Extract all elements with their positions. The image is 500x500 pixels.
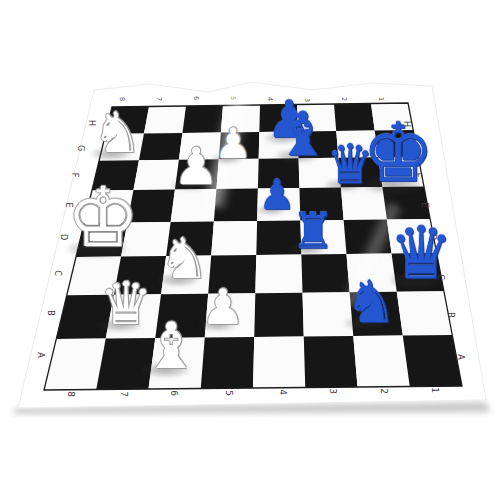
rank-label-top-7: 7 [156,97,163,101]
file-label-right-B: B [446,312,454,318]
rank-label-bottom-1: 1 [430,387,439,393]
white-knight-g8: ♞ [92,105,142,161]
rank-label-bottom-5: 5 [224,390,233,396]
file-label-left-A: A [36,352,44,357]
rank-label-top-2: 2 [341,97,348,101]
rank-label-top-5: 5 [230,96,237,100]
square-c4 [255,254,302,293]
white-pawn-b5: ♟ [201,283,245,332]
blue-queen-c1: ♛ [389,217,454,289]
rank-label-bottom-4: 4 [278,389,287,395]
blue-pawn-e4: ♟ [259,175,296,216]
square-d2 [344,220,392,254]
file-label-left-C: C [53,270,61,276]
blue-king-f1: ♚ [362,113,435,194]
blue-knight-b2: ♞ [345,273,397,331]
white-king-d8: ♚ [66,177,140,259]
square-b4 [254,293,304,337]
square-d5 [211,221,257,255]
square-a4 [253,337,305,388]
square-e5 [214,188,258,221]
chess-set-product-photo: 8765432187654321HGFEDCBAHGFEDCBA♞♟♟♚♞♛♟♝… [0,0,500,500]
rank-label-bottom-7: 7 [119,391,128,397]
file-label-right-A: A [456,354,464,359]
rank-label-top-1: 1 [378,97,385,101]
square-a3 [304,336,358,387]
square-a5 [201,337,255,388]
square-b1 [397,291,453,335]
rank-label-bottom-3: 3 [328,388,337,394]
square-h7 [144,106,186,133]
rank-label-bottom-2: 2 [379,388,388,394]
file-label-right-E: E [420,202,428,207]
white-pawn-g5: ♟ [214,123,252,165]
file-label-left-G: G [76,145,84,151]
rank-label-bottom-8: 8 [66,391,75,397]
rank-label-top-6: 6 [193,96,200,100]
file-label-left-B: B [46,310,54,316]
rank-label-bottom-6: 6 [169,390,178,396]
white-bishop-a6: ♝ [142,314,199,378]
square-a2 [353,336,409,387]
blue-rook-d3: ♜ [291,207,335,256]
white-pawn-f6: ♟ [173,141,219,192]
blue-bishop-g3: ♝ [276,104,330,164]
